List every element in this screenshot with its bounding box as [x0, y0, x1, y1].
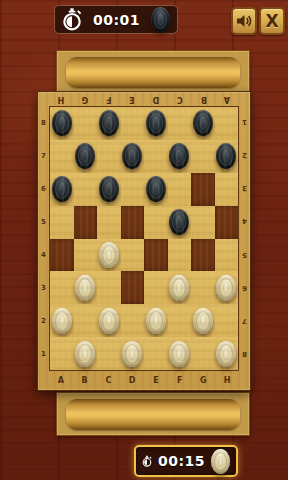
sound-button[interactable] — [231, 7, 257, 35]
black-checker-a6[interactable] — [52, 176, 72, 202]
square-d6[interactable] — [121, 173, 145, 206]
square-a1[interactable] — [50, 337, 74, 370]
white-checker-c4[interactable] — [99, 242, 119, 268]
square-d3[interactable] — [121, 271, 145, 304]
file-label: F — [97, 92, 121, 106]
square-h5[interactable] — [215, 206, 239, 239]
white-checker-h1[interactable] — [216, 341, 236, 367]
white-checker-g2[interactable] — [193, 308, 213, 334]
black-checker-c6[interactable] — [99, 176, 119, 202]
rank-label: 8 — [239, 338, 250, 371]
square-d2[interactable] — [121, 304, 145, 337]
black-checker-g8[interactable] — [193, 110, 213, 136]
square-a4[interactable] — [50, 239, 74, 272]
rank-label: 1 — [38, 338, 49, 371]
square-g1[interactable] — [191, 337, 215, 370]
white-timer: 00:15 — [134, 445, 238, 477]
speaker-icon — [236, 13, 252, 29]
white-checker-f3[interactable] — [169, 275, 189, 301]
black-checker-f7[interactable] — [169, 143, 189, 169]
file-label: C — [97, 374, 121, 388]
square-e2[interactable] — [144, 304, 168, 337]
square-e3[interactable] — [144, 271, 168, 304]
square-c4[interactable] — [97, 239, 121, 272]
file-label: E — [144, 374, 168, 388]
bottom-wood-panel — [56, 392, 250, 436]
square-h8[interactable] — [215, 107, 239, 140]
square-h7[interactable] — [215, 140, 239, 173]
rank-label: 2 — [239, 139, 250, 172]
black-checker-f5[interactable] — [169, 209, 189, 235]
square-c5[interactable] — [97, 206, 121, 239]
rank-label: 7 — [38, 139, 49, 172]
white-checker-f1[interactable] — [169, 341, 189, 367]
file-label: H — [215, 374, 239, 388]
top-wood-panel — [56, 50, 250, 93]
ranks-right: 12345678 — [239, 106, 250, 371]
square-a6[interactable] — [50, 173, 74, 206]
black-checker-e8[interactable] — [146, 110, 166, 136]
file-label: G — [73, 92, 97, 106]
square-f2[interactable] — [168, 304, 192, 337]
game-screen: 00:01 X HGFEDCBA 87654321 12345678 ABCDE… — [0, 0, 288, 480]
square-a8[interactable] — [50, 107, 74, 140]
square-b2[interactable] — [74, 304, 98, 337]
file-label: H — [49, 92, 73, 106]
square-d7[interactable] — [121, 140, 145, 173]
board-grid — [49, 106, 239, 371]
ranks-left: 87654321 — [38, 106, 49, 371]
files-bottom: ABCDEFGH — [38, 371, 250, 390]
black-checker-b7[interactable] — [75, 143, 95, 169]
close-button[interactable]: X — [259, 7, 285, 35]
square-g4[interactable] — [191, 239, 215, 272]
square-b7[interactable] — [74, 140, 98, 173]
square-g2[interactable] — [191, 304, 215, 337]
square-a2[interactable] — [50, 304, 74, 337]
square-f5[interactable] — [168, 206, 192, 239]
square-g7[interactable] — [191, 140, 215, 173]
square-e6[interactable] — [144, 173, 168, 206]
square-g8[interactable] — [191, 107, 215, 140]
square-c8[interactable] — [97, 107, 121, 140]
rank-label: 1 — [239, 106, 250, 139]
files-top: HGFEDCBA — [38, 92, 250, 106]
checkers-board: HGFEDCBA 87654321 12345678 ABCDEFGH — [37, 91, 251, 391]
square-f6[interactable] — [168, 173, 192, 206]
square-a7[interactable] — [50, 140, 74, 173]
square-d1[interactable] — [121, 337, 145, 370]
square-f1[interactable] — [168, 337, 192, 370]
square-e4[interactable] — [144, 239, 168, 272]
rank-label: 7 — [239, 305, 250, 338]
file-label: B — [192, 92, 216, 106]
rank-label: 8 — [38, 106, 49, 139]
white-checker-a2[interactable] — [52, 308, 72, 334]
stopwatch-icon — [62, 8, 82, 32]
top-wood-bar — [66, 57, 240, 88]
square-c3[interactable] — [97, 271, 121, 304]
black-checker-d7[interactable] — [122, 143, 142, 169]
white-checker-icon — [211, 449, 230, 474]
white-checker-d1[interactable] — [122, 341, 142, 367]
file-label: C — [168, 92, 192, 106]
file-label: E — [120, 92, 144, 106]
black-timer: 00:01 — [54, 5, 178, 34]
white-checker-h3[interactable] — [216, 275, 236, 301]
square-c2[interactable] — [97, 304, 121, 337]
white-checker-b3[interactable] — [75, 275, 95, 301]
square-b5[interactable] — [74, 206, 98, 239]
black-timer-value: 00:01 — [88, 12, 145, 28]
rank-label: 3 — [239, 172, 250, 205]
file-label: G — [192, 374, 216, 388]
black-checker-h7[interactable] — [216, 143, 236, 169]
square-c7[interactable] — [97, 140, 121, 173]
black-checker-c8[interactable] — [99, 110, 119, 136]
square-h6[interactable] — [215, 173, 239, 206]
rank-label: 6 — [38, 172, 49, 205]
square-f4[interactable] — [168, 239, 192, 272]
rank-label: 2 — [38, 305, 49, 338]
file-label: D — [144, 92, 168, 106]
square-e7[interactable] — [144, 140, 168, 173]
rank-label: 6 — [239, 272, 250, 305]
file-label: A — [49, 374, 73, 388]
square-d5[interactable] — [121, 206, 145, 239]
white-checker-b1[interactable] — [75, 341, 95, 367]
square-b6[interactable] — [74, 173, 98, 206]
square-d8[interactable] — [121, 107, 145, 140]
square-c1[interactable] — [97, 337, 121, 370]
black-checker-e6[interactable] — [146, 176, 166, 202]
white-checker-c2[interactable] — [99, 308, 119, 334]
square-h3[interactable] — [215, 271, 239, 304]
rank-label: 5 — [239, 239, 250, 272]
black-checker-a8[interactable] — [52, 110, 72, 136]
rank-label: 4 — [239, 205, 250, 238]
square-b4[interactable] — [74, 239, 98, 272]
square-h2[interactable] — [215, 304, 239, 337]
file-label: A — [215, 92, 239, 106]
white-checker-e2[interactable] — [146, 308, 166, 334]
square-h1[interactable] — [215, 337, 239, 370]
square-g5[interactable] — [191, 206, 215, 239]
square-h4[interactable] — [215, 239, 239, 272]
square-g3[interactable] — [191, 271, 215, 304]
file-label: B — [73, 374, 97, 388]
square-a3[interactable] — [50, 271, 74, 304]
bottom-wood-bar — [66, 399, 240, 430]
square-f3[interactable] — [168, 271, 192, 304]
rank-label: 5 — [38, 205, 49, 238]
rank-label: 3 — [38, 272, 49, 305]
square-c6[interactable] — [97, 173, 121, 206]
white-timer-value: 00:15 — [158, 453, 205, 469]
square-b3[interactable] — [74, 271, 98, 304]
square-e1[interactable] — [144, 337, 168, 370]
close-icon: X — [265, 13, 278, 30]
square-e8[interactable] — [144, 107, 168, 140]
file-label: D — [120, 374, 144, 388]
square-b8[interactable] — [74, 107, 98, 140]
square-d4[interactable] — [121, 239, 145, 272]
stopwatch-icon — [142, 450, 152, 473]
black-checker-icon — [151, 7, 170, 32]
square-f8[interactable] — [168, 107, 192, 140]
file-label: F — [168, 374, 192, 388]
square-e5[interactable] — [144, 206, 168, 239]
square-b1[interactable] — [74, 337, 98, 370]
rank-label: 4 — [38, 239, 49, 272]
square-a5[interactable] — [50, 206, 74, 239]
square-f7[interactable] — [168, 140, 192, 173]
square-g6[interactable] — [191, 173, 215, 206]
